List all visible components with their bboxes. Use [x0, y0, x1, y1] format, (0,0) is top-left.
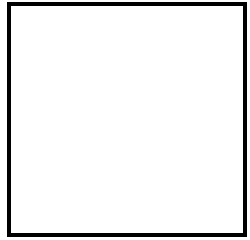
sudoku-board: [7, 2, 247, 237]
sudoku-screenshot: [0, 0, 250, 240]
